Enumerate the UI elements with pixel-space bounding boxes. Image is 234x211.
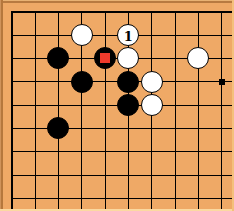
intersection <box>93 23 116 46</box>
intersection <box>163 0 186 23</box>
intersection <box>140 0 163 23</box>
intersection <box>187 140 210 163</box>
intersection <box>163 70 186 93</box>
white-stone <box>187 47 209 69</box>
intersection <box>210 187 233 210</box>
intersection <box>140 70 163 93</box>
intersection <box>23 163 46 186</box>
intersection <box>93 0 116 23</box>
intersection <box>210 93 233 116</box>
intersection <box>163 117 186 140</box>
white-stone: 1 <box>117 24 139 46</box>
intersection <box>187 0 210 23</box>
intersection <box>23 117 46 140</box>
intersection <box>0 70 23 93</box>
intersection <box>117 0 140 23</box>
intersection <box>47 70 70 93</box>
intersection <box>187 70 210 93</box>
intersection <box>117 93 140 116</box>
intersection <box>210 140 233 163</box>
black-stone <box>71 71 93 93</box>
white-stone <box>71 24 93 46</box>
intersection <box>47 47 70 70</box>
intersection <box>210 47 233 70</box>
intersection <box>210 163 233 186</box>
go-diagram: 1 <box>0 0 234 211</box>
intersection <box>0 140 23 163</box>
intersection <box>47 23 70 46</box>
intersection <box>210 70 233 93</box>
intersection <box>70 163 93 186</box>
intersection <box>93 140 116 163</box>
intersection <box>140 47 163 70</box>
intersection <box>23 70 46 93</box>
intersection <box>47 0 70 23</box>
move-number-label: 1 <box>124 29 133 42</box>
intersection <box>23 47 46 70</box>
intersection <box>210 23 233 46</box>
intersection <box>163 93 186 116</box>
intersection <box>117 47 140 70</box>
frame-bottom-edge <box>0 209 234 211</box>
intersection <box>70 140 93 163</box>
intersection <box>210 0 233 23</box>
intersection <box>187 117 210 140</box>
intersection <box>187 47 210 70</box>
frame-left-edge <box>0 0 3 211</box>
intersection <box>163 163 186 186</box>
red-square-marker <box>100 53 110 63</box>
intersection <box>93 93 116 116</box>
intersection <box>117 187 140 210</box>
intersection <box>0 187 23 210</box>
intersection <box>23 23 46 46</box>
intersection <box>187 93 210 116</box>
intersection <box>0 117 23 140</box>
frame-right-edge <box>232 0 234 211</box>
intersection <box>47 93 70 116</box>
intersection <box>163 47 186 70</box>
intersection <box>187 163 210 186</box>
intersection <box>70 47 93 70</box>
intersection <box>47 117 70 140</box>
intersection <box>140 140 163 163</box>
intersection <box>23 140 46 163</box>
intersection <box>93 187 116 210</box>
intersection <box>70 117 93 140</box>
intersection <box>70 187 93 210</box>
intersection <box>47 140 70 163</box>
intersection: 1 <box>117 23 140 46</box>
intersection <box>23 93 46 116</box>
black-stone <box>47 117 69 139</box>
black-stone <box>117 71 139 93</box>
board-area: 1 <box>3 3 232 209</box>
intersection <box>163 23 186 46</box>
intersection <box>23 0 46 23</box>
intersection <box>93 117 116 140</box>
black-stone <box>47 47 69 69</box>
intersection <box>140 187 163 210</box>
black-stone <box>117 94 139 116</box>
intersection <box>140 93 163 116</box>
intersection <box>0 163 23 186</box>
intersection <box>0 47 23 70</box>
intersection <box>70 23 93 46</box>
intersection <box>70 70 93 93</box>
intersection <box>23 187 46 210</box>
white-stone <box>141 71 163 93</box>
intersection <box>70 0 93 23</box>
intersection <box>93 47 116 70</box>
intersection <box>47 187 70 210</box>
intersection <box>140 23 163 46</box>
frame-top-edge <box>0 0 234 3</box>
intersection <box>93 70 116 93</box>
white-stone <box>141 94 163 116</box>
intersection <box>210 117 233 140</box>
intersection <box>187 187 210 210</box>
intersection <box>163 187 186 210</box>
stone-grid: 1 <box>0 0 233 210</box>
intersection <box>0 93 23 116</box>
intersection <box>187 23 210 46</box>
intersection <box>0 0 23 23</box>
intersection <box>117 140 140 163</box>
intersection <box>117 163 140 186</box>
intersection <box>117 117 140 140</box>
intersection <box>93 163 116 186</box>
intersection <box>0 23 23 46</box>
intersection <box>140 117 163 140</box>
intersection <box>47 163 70 186</box>
intersection <box>70 93 93 116</box>
intersection <box>163 140 186 163</box>
intersection <box>140 163 163 186</box>
intersection <box>117 70 140 93</box>
white-stone <box>117 47 139 69</box>
